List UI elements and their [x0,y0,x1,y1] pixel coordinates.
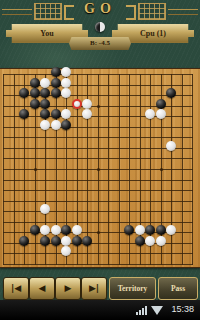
nav-back-button[interactable]: ◀ [29,277,55,300]
black-stone[interactable] [51,88,61,98]
black-stone[interactable] [30,225,40,235]
white-stone[interactable] [51,120,61,130]
black-stone[interactable] [135,236,145,246]
android-status-bar: 15:38 [0,300,200,320]
clock: 15:38 [171,304,194,314]
black-stone[interactable] [124,225,134,235]
grid-line [3,211,193,212]
white-stone[interactable] [135,225,145,235]
white-stone[interactable] [61,246,71,256]
grid-line [3,264,193,265]
star-point [34,168,37,171]
black-stone[interactable] [40,99,50,109]
grid-line [129,74,130,265]
grid-line [192,74,193,265]
go-stone-icon [95,22,105,32]
app-title: GO [0,1,200,17]
go-board[interactable] [0,68,200,268]
white-stone[interactable] [82,99,92,109]
score-value: B: -4.5 [90,39,110,47]
white-stone[interactable] [61,109,71,119]
black-stone[interactable] [156,99,166,109]
grid-line [3,253,193,254]
white-stone[interactable] [156,236,166,246]
white-stone[interactable] [40,120,50,130]
white-stone[interactable] [145,109,155,119]
black-stone[interactable] [51,109,61,119]
black-stone[interactable] [72,236,82,246]
white-stone[interactable] [156,109,166,119]
white-stone[interactable] [61,67,71,77]
nav-forward-button[interactable]: ▶ [55,277,81,300]
player-you-label: You [40,29,53,38]
nav-first-button[interactable]: |◀ [3,277,29,300]
white-stone[interactable] [40,78,50,88]
star-point [97,168,100,171]
grid-line [119,74,120,265]
star-point [97,231,100,234]
star-point [97,105,100,108]
pass-button[interactable]: Pass [158,277,198,300]
score-plaque: B: -4.5 [69,37,131,50]
white-stone-last-move[interactable] [72,99,82,109]
territory-button[interactable]: Territory [109,277,156,300]
white-stone[interactable] [166,141,176,151]
black-stone[interactable] [19,109,29,119]
black-stone[interactable] [166,88,176,98]
white-stone[interactable] [82,109,92,119]
black-stone[interactable] [40,236,50,246]
black-stone[interactable] [40,88,50,98]
star-point [160,168,163,171]
black-stone[interactable] [145,225,155,235]
white-stone[interactable] [72,225,82,235]
white-stone[interactable] [40,204,50,214]
black-stone[interactable] [51,236,61,246]
grid-line [182,74,183,265]
black-stone[interactable] [61,225,71,235]
grid-line [3,201,193,202]
grid-line [171,74,172,265]
grid-line [3,190,193,191]
black-stone[interactable] [30,78,40,88]
black-stone[interactable] [19,88,29,98]
white-stone[interactable] [166,225,176,235]
title-banner: GO [0,0,200,22]
black-stone[interactable] [61,120,71,130]
nav-last-button[interactable]: ▶| [81,277,107,300]
black-stone[interactable] [156,225,166,235]
grid-line [108,74,109,265]
wifi-icon [151,306,163,315]
grid-line [3,180,193,181]
grid-line [3,222,193,223]
white-stone[interactable] [40,225,50,235]
black-stone[interactable] [30,88,40,98]
white-stone[interactable] [61,78,71,88]
black-stone[interactable] [30,99,40,109]
white-stone[interactable] [61,236,71,246]
white-stone[interactable] [51,225,61,235]
signal-icon [136,306,148,315]
white-stone[interactable] [61,88,71,98]
player-cpu-label: Cpu (1) [140,29,166,38]
go-app-screen: GO You Cpu (1) B: -4.5 |◀ ◀ ▶ ▶| Territo… [0,0,200,320]
black-stone[interactable] [82,236,92,246]
black-stone[interactable] [19,236,29,246]
black-stone[interactable] [40,109,50,119]
white-stone[interactable] [145,236,155,246]
black-stone[interactable] [51,67,61,77]
black-stone[interactable] [51,78,61,88]
